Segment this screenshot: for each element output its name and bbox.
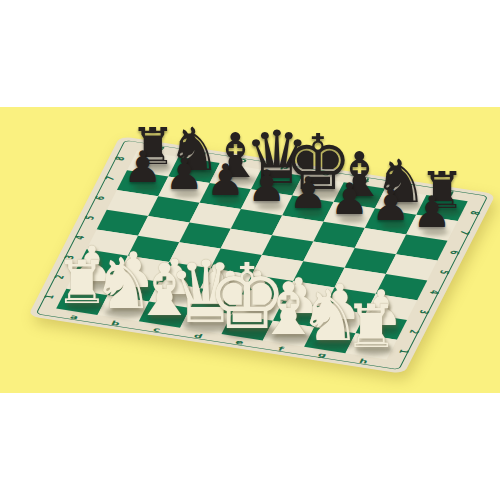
rank-label-left-7: 7 (103, 174, 119, 183)
file-label-bottom-b: b (107, 320, 124, 328)
rank-label-right-3: 3 (415, 307, 431, 316)
file-label-top-c: c (234, 157, 251, 165)
rank-label-right-5: 5 (436, 268, 452, 277)
rank-label-right-4: 4 (426, 288, 442, 297)
rank-label-left-2: 2 (52, 273, 68, 282)
file-label-top-h: h (441, 189, 458, 197)
rank-label-right-7: 7 (456, 228, 472, 237)
file-label-bottom-a: a (65, 313, 82, 321)
rank-label-left-3: 3 (62, 253, 78, 262)
rank-label-left-4: 4 (72, 233, 88, 242)
file-label-bottom-d: d (189, 332, 206, 340)
file-label-bottom-g: g (313, 351, 330, 359)
file-label-top-e: e (317, 169, 334, 177)
rank-label-left-8: 8 (113, 154, 129, 163)
file-label-top-a: a (152, 144, 169, 152)
rank-label-right-1: 1 (395, 347, 411, 356)
file-label-bottom-f: f (272, 345, 289, 353)
file-label-top-g: g (400, 182, 417, 190)
file-label-bottom-c: c (148, 326, 165, 334)
rank-label-left-5: 5 (82, 213, 98, 222)
rank-label-right-6: 6 (446, 248, 462, 257)
rank-label-right-8: 8 (466, 208, 482, 217)
file-label-top-b: b (193, 150, 210, 158)
file-label-bottom-e: e (231, 339, 248, 347)
file-label-top-f: f (358, 176, 375, 184)
rank-label-left-6: 6 (93, 194, 109, 203)
product-photo-scene: aabbccddeeffgghh1122334455667788 ♜♞♝♛♚♝♞… (0, 0, 500, 500)
rank-label-right-2: 2 (405, 327, 421, 336)
rank-label-left-1: 1 (42, 293, 58, 302)
file-label-bottom-h: h (355, 358, 372, 366)
file-label-top-d: d (276, 163, 293, 171)
